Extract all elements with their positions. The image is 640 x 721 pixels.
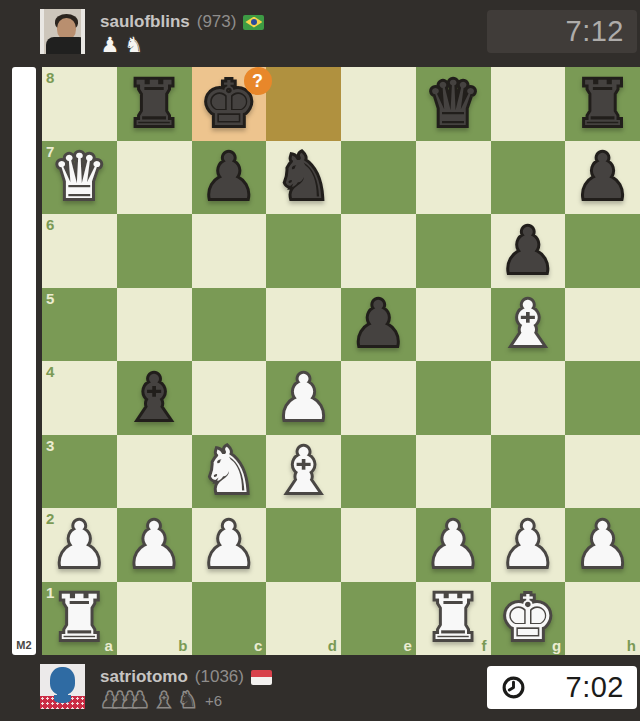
square-g3[interactable]: [491, 435, 566, 509]
square-h2[interactable]: [565, 508, 640, 582]
top-player-clock: 7:12: [487, 10, 637, 53]
rank-label-3: 3: [46, 437, 54, 454]
square-a1[interactable]: 1a: [42, 582, 117, 656]
rank-label-2: 2: [46, 510, 54, 527]
square-a5[interactable]: 5: [42, 288, 117, 362]
captured-black-bishop: [154, 687, 174, 713]
file-label-h: h: [627, 637, 636, 654]
white-pawn-b2[interactable]: [117, 508, 192, 582]
file-label-g: g: [552, 637, 561, 654]
bottom-player-avatar[interactable]: [40, 664, 85, 709]
square-c2[interactable]: [192, 508, 267, 582]
square-h1[interactable]: h: [565, 582, 640, 656]
square-a3[interactable]: 3: [42, 435, 117, 509]
square-e7[interactable]: [341, 141, 416, 215]
square-c6[interactable]: [192, 214, 267, 288]
file-label-b: b: [178, 637, 187, 654]
square-a2[interactable]: 2: [42, 508, 117, 582]
chess-board[interactable]: 8?7654321abcdefgh: [42, 67, 640, 655]
square-a4[interactable]: 4: [42, 361, 117, 435]
bottom-player-clock: 7:02: [487, 666, 637, 709]
captured-black-pawn: [130, 687, 150, 713]
black-pawn-e5[interactable]: [341, 288, 416, 362]
square-b5[interactable]: [117, 288, 192, 362]
square-e8[interactable]: [341, 67, 416, 141]
square-a6[interactable]: 6: [42, 214, 117, 288]
square-f8[interactable]: [416, 67, 491, 141]
indonesia-flag-icon: [251, 670, 272, 685]
square-b6[interactable]: [117, 214, 192, 288]
black-rook-h8[interactable]: [565, 67, 640, 141]
white-knight-c3[interactable]: [192, 435, 267, 509]
square-b7[interactable]: [117, 141, 192, 215]
square-f4[interactable]: [416, 361, 491, 435]
square-d2[interactable]: [266, 508, 341, 582]
white-pawn-h2[interactable]: [565, 508, 640, 582]
white-bishop-g5[interactable]: [491, 288, 566, 362]
black-rook-b8[interactable]: [117, 67, 192, 141]
black-queen-f8[interactable]: [416, 67, 491, 141]
evaluation-label: M2: [12, 639, 36, 651]
square-d1[interactable]: d: [266, 582, 341, 656]
square-c4[interactable]: [192, 361, 267, 435]
captured-white-pawn: [100, 32, 120, 58]
square-g7[interactable]: [491, 141, 566, 215]
bottom-captured-pieces: +6: [100, 687, 222, 713]
bottom-player-bar: satriotomo (1036) +6 7:02: [0, 655, 640, 721]
file-label-d: d: [328, 637, 337, 654]
evaluation-bar: M2: [12, 67, 36, 655]
top-captured-pieces: [100, 32, 144, 58]
square-f1[interactable]: f: [416, 582, 491, 656]
brazil-flag-icon: [243, 15, 264, 30]
black-pawn-c7[interactable]: [192, 141, 267, 215]
square-e6[interactable]: [341, 214, 416, 288]
file-label-a: a: [104, 637, 112, 654]
black-knight-d7[interactable]: [266, 141, 341, 215]
avatar-collar: [54, 695, 71, 703]
white-pawn-f2[interactable]: [416, 508, 491, 582]
square-f7[interactable]: [416, 141, 491, 215]
top-player-bar: saulofblins (973) 7:12: [0, 0, 640, 67]
square-c3[interactable]: [192, 435, 267, 509]
square-g8[interactable]: [491, 67, 566, 141]
white-rook-f1[interactable]: [416, 582, 491, 656]
top-player-info[interactable]: saulofblins (973): [100, 12, 264, 32]
square-h8[interactable]: [565, 67, 640, 141]
square-f5[interactable]: [416, 288, 491, 362]
white-pawn-g2[interactable]: [491, 508, 566, 582]
file-label-e: e: [403, 637, 411, 654]
file-label-f: f: [482, 637, 487, 654]
rank-label-1: 1: [46, 584, 54, 601]
top-clock-time: 7:12: [566, 15, 624, 48]
square-g2[interactable]: [491, 508, 566, 582]
square-h7[interactable]: [565, 141, 640, 215]
square-h5[interactable]: [565, 288, 640, 362]
square-b8[interactable]: [117, 67, 192, 141]
black-pawn-h7[interactable]: [565, 141, 640, 215]
bottom-clock-time: 7:02: [566, 671, 624, 704]
square-d4[interactable]: [266, 361, 341, 435]
square-e3[interactable]: [341, 435, 416, 509]
square-e2[interactable]: [341, 508, 416, 582]
square-d6[interactable]: [266, 214, 341, 288]
white-bishop-d3[interactable]: [266, 435, 341, 509]
square-g5[interactable]: [491, 288, 566, 362]
top-player-name: saulofblins: [100, 12, 190, 32]
square-d5[interactable]: [266, 288, 341, 362]
top-player-rating: (973): [197, 12, 237, 32]
rank-label-4: 4: [46, 363, 54, 380]
square-g1[interactable]: g: [491, 582, 566, 656]
square-h4[interactable]: [565, 361, 640, 435]
square-a7[interactable]: 7: [42, 141, 117, 215]
rank-label-7: 7: [46, 143, 54, 160]
top-player-avatar[interactable]: [40, 9, 85, 54]
square-c8[interactable]: ?: [192, 67, 267, 141]
white-pawn-d4[interactable]: [266, 361, 341, 435]
square-d7[interactable]: [266, 141, 341, 215]
avatar-shirt: [46, 37, 85, 54]
square-c5[interactable]: [192, 288, 267, 362]
square-c1[interactable]: c: [192, 582, 267, 656]
rank-label-8: 8: [46, 69, 54, 86]
captured-black-knight: [178, 687, 198, 713]
square-e4[interactable]: [341, 361, 416, 435]
square-e1[interactable]: e: [341, 582, 416, 656]
black-bishop-b4[interactable]: [117, 361, 192, 435]
rank-label-6: 6: [46, 216, 54, 233]
bottom-player-info[interactable]: satriotomo (1036): [100, 667, 272, 687]
square-g6[interactable]: [491, 214, 566, 288]
square-f3[interactable]: [416, 435, 491, 509]
square-b4[interactable]: [117, 361, 192, 435]
square-f2[interactable]: [416, 508, 491, 582]
square-b3[interactable]: [117, 435, 192, 509]
square-f6[interactable]: [416, 214, 491, 288]
bottom-player-name: satriotomo: [100, 667, 188, 687]
square-c7[interactable]: [192, 141, 267, 215]
captured-white-knight: [124, 32, 144, 58]
material-advantage: +6: [205, 692, 222, 709]
white-pawn-c2[interactable]: [192, 508, 267, 582]
rank-label-5: 5: [46, 290, 54, 307]
clock-icon: [501, 675, 526, 700]
square-a8[interactable]: 8: [42, 67, 117, 141]
square-h3[interactable]: [565, 435, 640, 509]
square-b2[interactable]: [117, 508, 192, 582]
square-b1[interactable]: b: [117, 582, 192, 656]
square-d3[interactable]: [266, 435, 341, 509]
black-pawn-g6[interactable]: [491, 214, 566, 288]
square-h6[interactable]: [565, 214, 640, 288]
bottom-player-rating: (1036): [195, 667, 244, 687]
move-classification-badge: ?: [244, 67, 272, 95]
square-e5[interactable]: [341, 288, 416, 362]
square-g4[interactable]: [491, 361, 566, 435]
square-d8[interactable]: [266, 67, 341, 141]
file-label-c: c: [254, 637, 262, 654]
